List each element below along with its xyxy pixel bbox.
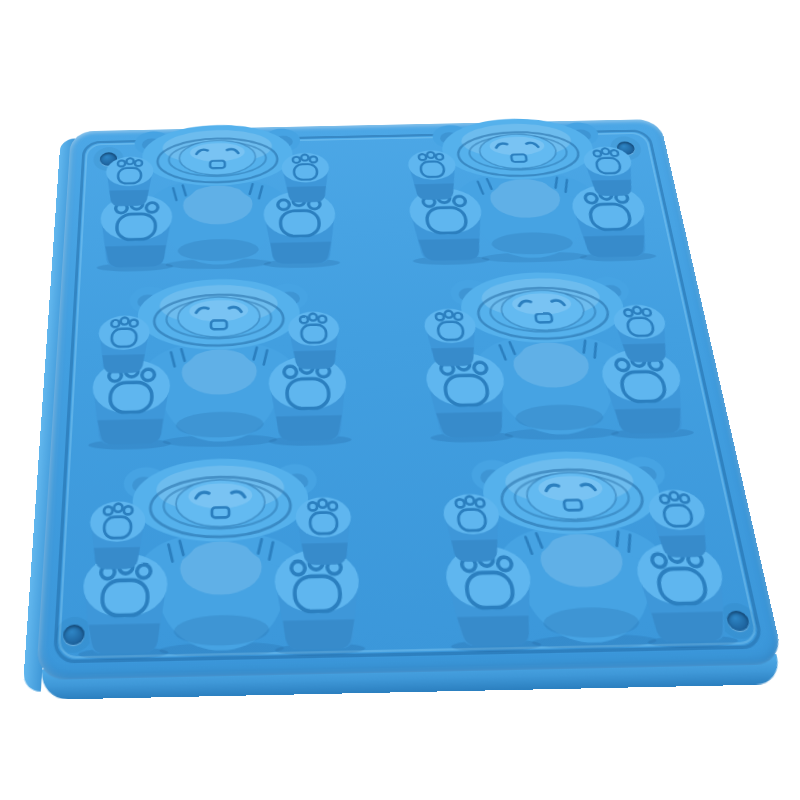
bear-cavity-r2-c1	[81, 270, 358, 451]
bear-head	[122, 457, 320, 544]
bear-cavity-r3-c1	[71, 449, 373, 662]
bear-head	[128, 277, 310, 351]
product-photo	[0, 0, 800, 800]
bear-cavity-r3-c2	[425, 441, 747, 654]
silicone-mold	[36, 119, 784, 680]
bear-arm-paw	[295, 497, 354, 566]
bear-arm-paw	[88, 501, 146, 570]
bear-arm-paw	[281, 153, 331, 203]
bear-arm-paw	[97, 315, 150, 373]
bear-head	[431, 117, 607, 181]
bear-cavity-r2-c2	[408, 264, 702, 445]
photo-scene	[0, 0, 800, 800]
mold-plate	[36, 119, 784, 680]
bear-arm-paw	[287, 311, 341, 369]
bear-arm-paw	[105, 156, 154, 206]
bear-cavity-r1-c1	[90, 117, 346, 273]
bear-cavity-r1-c2	[393, 111, 663, 266]
bear-head	[133, 123, 302, 187]
bear-head	[469, 449, 676, 536]
bear-head	[449, 271, 639, 345]
